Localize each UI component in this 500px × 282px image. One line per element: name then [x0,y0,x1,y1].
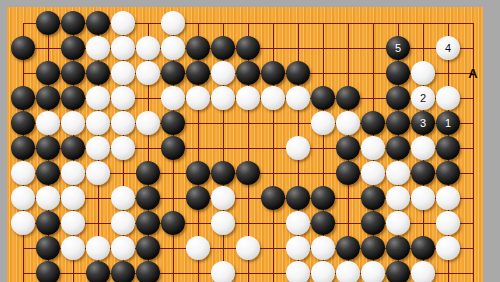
black-stone[interactable] [11,86,35,110]
black-stone[interactable] [361,211,385,235]
white-stone[interactable] [186,86,210,110]
white-stone[interactable] [411,61,435,85]
black-stone[interactable] [311,211,335,235]
black-stone[interactable] [136,236,160,260]
white-stone[interactable] [436,236,460,260]
white-stone[interactable] [61,211,85,235]
black-stone[interactable] [111,261,135,282]
white-stone[interactable] [111,186,135,210]
white-stone[interactable] [286,211,310,235]
black-stone[interactable] [386,261,410,282]
white-stone[interactable] [136,111,160,135]
black-stone[interactable] [136,211,160,235]
white-stone[interactable] [336,111,360,135]
black-stone[interactable] [211,36,235,60]
white-stone[interactable] [86,136,110,160]
white-stone[interactable] [436,186,460,210]
white-stone[interactable] [211,186,235,210]
white-stone[interactable] [111,236,135,260]
black-stone-move-1[interactable]: 1 [436,111,460,135]
white-stone[interactable] [286,136,310,160]
black-stone[interactable] [336,161,360,185]
black-stone[interactable] [436,161,460,185]
black-stone[interactable] [61,61,85,85]
black-stone[interactable] [186,36,210,60]
black-stone[interactable] [61,136,85,160]
white-stone[interactable] [36,111,60,135]
black-stone[interactable] [61,11,85,35]
white-stone[interactable] [211,211,235,235]
black-stone[interactable] [236,36,260,60]
white-stone[interactable] [361,161,385,185]
white-stone[interactable] [86,86,110,110]
white-stone[interactable] [411,186,435,210]
black-stone[interactable] [386,61,410,85]
black-stone[interactable] [386,111,410,135]
white-stone[interactable] [36,186,60,210]
white-stone[interactable] [436,211,460,235]
white-stone[interactable] [286,261,310,282]
white-stone[interactable] [361,261,385,282]
white-stone[interactable] [236,86,260,110]
black-stone[interactable] [136,186,160,210]
white-stone[interactable] [311,236,335,260]
black-stone[interactable] [311,186,335,210]
black-stone[interactable] [61,86,85,110]
black-stone[interactable] [261,186,285,210]
black-stone[interactable] [11,36,35,60]
black-stone[interactable] [386,86,410,110]
black-stone[interactable] [386,236,410,260]
point-label-A[interactable]: A [463,63,483,83]
black-stone[interactable] [336,86,360,110]
black-stone[interactable] [361,236,385,260]
black-stone[interactable] [36,236,60,260]
white-stone[interactable] [211,61,235,85]
black-stone[interactable] [236,61,260,85]
black-stone[interactable] [186,61,210,85]
black-stone[interactable] [161,211,185,235]
goban-board[interactable]: 54231A [7,7,483,282]
white-stone[interactable] [86,236,110,260]
black-stone[interactable] [386,136,410,160]
white-stone[interactable] [161,11,185,35]
go-board-window: 54231A [0,0,500,282]
white-stone[interactable] [61,236,85,260]
white-stone[interactable] [311,261,335,282]
white-stone[interactable] [236,236,260,260]
black-stone[interactable] [86,61,110,85]
white-stone[interactable] [111,36,135,60]
white-stone[interactable] [386,161,410,185]
black-stone[interactable] [36,61,60,85]
white-stone[interactable] [61,111,85,135]
white-stone[interactable] [111,61,135,85]
black-stone[interactable] [36,161,60,185]
white-stone[interactable] [211,261,235,282]
white-stone[interactable] [411,261,435,282]
white-stone[interactable] [311,111,335,135]
black-stone[interactable] [286,61,310,85]
white-stone[interactable] [11,161,35,185]
white-stone[interactable] [111,11,135,35]
black-stone[interactable] [61,36,85,60]
black-stone-move-3[interactable]: 3 [411,111,435,135]
white-stone[interactable] [111,111,135,135]
black-stone[interactable] [436,136,460,160]
white-stone[interactable] [386,186,410,210]
black-stone[interactable] [86,11,110,35]
white-stone[interactable] [11,211,35,235]
white-stone[interactable] [186,236,210,260]
black-stone[interactable] [186,161,210,185]
white-stone[interactable] [336,261,360,282]
black-stone[interactable] [36,261,60,282]
black-stone[interactable] [361,111,385,135]
black-stone[interactable] [411,161,435,185]
black-stone[interactable] [336,236,360,260]
white-stone[interactable] [136,36,160,60]
black-stone[interactable] [411,236,435,260]
white-stone[interactable] [136,61,160,85]
white-stone[interactable] [286,86,310,110]
black-stone[interactable] [211,161,235,185]
white-stone[interactable] [286,236,310,260]
black-stone-move-5[interactable]: 5 [386,36,410,60]
white-stone[interactable] [86,111,110,135]
white-stone[interactable] [411,136,435,160]
black-stone[interactable] [36,136,60,160]
black-stone[interactable] [186,186,210,210]
white-stone[interactable] [86,36,110,60]
black-stone[interactable] [136,161,160,185]
black-stone[interactable] [136,261,160,282]
white-stone[interactable] [361,136,385,160]
white-stone[interactable] [436,86,460,110]
white-stone-move-2[interactable]: 2 [411,86,435,110]
white-stone[interactable] [86,161,110,185]
black-stone[interactable] [336,136,360,160]
black-stone[interactable] [286,186,310,210]
white-stone[interactable] [211,86,235,110]
white-stone[interactable] [386,211,410,235]
black-stone[interactable] [161,111,185,135]
white-stone[interactable] [161,86,185,110]
white-stone[interactable] [111,136,135,160]
white-stone[interactable] [11,186,35,210]
white-stone[interactable] [111,86,135,110]
black-stone[interactable] [36,211,60,235]
black-stone[interactable] [86,261,110,282]
black-stone[interactable] [311,86,335,110]
black-stone[interactable] [361,186,385,210]
white-stone[interactable] [261,86,285,110]
black-stone[interactable] [161,61,185,85]
white-stone[interactable] [161,36,185,60]
white-stone[interactable] [61,161,85,185]
white-stone[interactable] [111,211,135,235]
black-stone[interactable] [261,61,285,85]
black-stone[interactable] [11,111,35,135]
black-stone[interactable] [236,161,260,185]
white-stone-move-4[interactable]: 4 [436,36,460,60]
black-stone[interactable] [11,136,35,160]
black-stone[interactable] [161,136,185,160]
black-stone[interactable] [36,86,60,110]
white-stone[interactable] [61,186,85,210]
black-stone[interactable] [36,11,60,35]
